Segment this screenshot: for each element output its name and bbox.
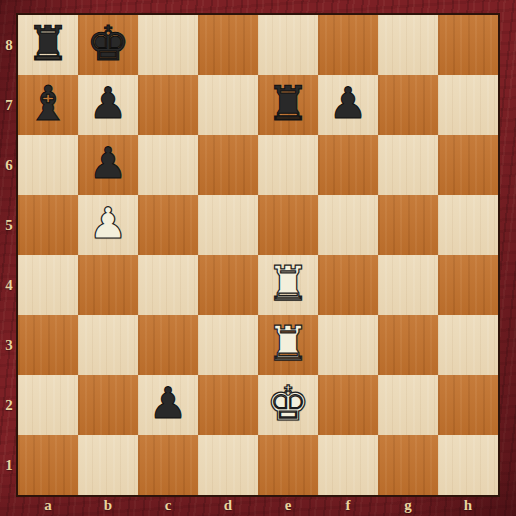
square-d8[interactable] xyxy=(198,15,258,75)
file-label-e: e xyxy=(258,495,318,515)
square-a6[interactable] xyxy=(18,135,78,195)
square-d5[interactable] xyxy=(198,195,258,255)
file-label-c: c xyxy=(138,495,198,515)
square-b5[interactable]: ♟ xyxy=(78,195,138,255)
square-d7[interactable] xyxy=(198,75,258,135)
square-h4[interactable] xyxy=(438,255,498,315)
square-g4[interactable] xyxy=(378,255,438,315)
piece-black-pawn-c2[interactable]: ♟ xyxy=(149,375,188,433)
piece-white-rook-e3[interactable]: ♜ xyxy=(266,315,309,373)
piece-black-king-b8[interactable]: ♚ xyxy=(86,15,129,73)
square-e8[interactable] xyxy=(258,15,318,75)
chess-board: ♜♚♝♟♜♟♟♟♜♜♟♚ xyxy=(18,15,498,495)
square-a5[interactable] xyxy=(18,195,78,255)
piece-black-bishop-a7[interactable]: ♝ xyxy=(26,75,69,133)
square-f8[interactable] xyxy=(318,15,378,75)
square-g7[interactable] xyxy=(378,75,438,135)
square-c6[interactable] xyxy=(138,135,198,195)
square-h8[interactable] xyxy=(438,15,498,75)
file-label-f: f xyxy=(318,495,378,515)
square-e7[interactable]: ♜ xyxy=(258,75,318,135)
square-g2[interactable] xyxy=(378,375,438,435)
square-h3[interactable] xyxy=(438,315,498,375)
square-a1[interactable] xyxy=(18,435,78,495)
piece-black-pawn-f7[interactable]: ♟ xyxy=(329,75,368,133)
square-b4[interactable] xyxy=(78,255,138,315)
rank-label-6: 6 xyxy=(0,156,18,174)
square-b8[interactable]: ♚ xyxy=(78,15,138,75)
square-d3[interactable] xyxy=(198,315,258,375)
square-h2[interactable] xyxy=(438,375,498,435)
square-a4[interactable] xyxy=(18,255,78,315)
square-d4[interactable] xyxy=(198,255,258,315)
square-c3[interactable] xyxy=(138,315,198,375)
square-h7[interactable] xyxy=(438,75,498,135)
square-h5[interactable] xyxy=(438,195,498,255)
square-c2[interactable]: ♟ xyxy=(138,375,198,435)
piece-black-pawn-b7[interactable]: ♟ xyxy=(89,75,128,133)
rank-label-4: 4 xyxy=(0,276,18,294)
square-c4[interactable] xyxy=(138,255,198,315)
rank-label-7: 7 xyxy=(0,96,18,114)
piece-black-pawn-b6[interactable]: ♟ xyxy=(89,135,128,193)
square-c7[interactable] xyxy=(138,75,198,135)
square-d1[interactable] xyxy=(198,435,258,495)
square-a7[interactable]: ♝ xyxy=(18,75,78,135)
square-d6[interactable] xyxy=(198,135,258,195)
rank-label-3: 3 xyxy=(0,336,18,354)
square-c1[interactable] xyxy=(138,435,198,495)
square-a3[interactable] xyxy=(18,315,78,375)
piece-black-rook-a8[interactable]: ♜ xyxy=(26,15,69,73)
square-e5[interactable] xyxy=(258,195,318,255)
square-f6[interactable] xyxy=(318,135,378,195)
square-g8[interactable] xyxy=(378,15,438,75)
piece-black-rook-e7[interactable]: ♜ xyxy=(266,75,309,133)
square-b2[interactable] xyxy=(78,375,138,435)
square-f7[interactable]: ♟ xyxy=(318,75,378,135)
square-h6[interactable] xyxy=(438,135,498,195)
file-label-g: g xyxy=(378,495,438,515)
square-f5[interactable] xyxy=(318,195,378,255)
rank-label-2: 2 xyxy=(0,396,18,414)
square-d2[interactable] xyxy=(198,375,258,435)
file-label-d: d xyxy=(198,495,258,515)
square-b3[interactable] xyxy=(78,315,138,375)
square-f1[interactable] xyxy=(318,435,378,495)
square-a2[interactable] xyxy=(18,375,78,435)
square-e2[interactable]: ♚ xyxy=(258,375,318,435)
square-b7[interactable]: ♟ xyxy=(78,75,138,135)
rank-label-1: 1 xyxy=(0,456,18,474)
square-b6[interactable]: ♟ xyxy=(78,135,138,195)
square-e4[interactable]: ♜ xyxy=(258,255,318,315)
square-f4[interactable] xyxy=(318,255,378,315)
square-g6[interactable] xyxy=(378,135,438,195)
square-g1[interactable] xyxy=(378,435,438,495)
square-a8[interactable]: ♜ xyxy=(18,15,78,75)
square-f2[interactable] xyxy=(318,375,378,435)
piece-white-rook-e4[interactable]: ♜ xyxy=(266,255,309,313)
square-g5[interactable] xyxy=(378,195,438,255)
file-label-b: b xyxy=(78,495,138,515)
file-label-h: h xyxy=(438,495,498,515)
board-frame: ♜♚♝♟♜♟♟♟♜♜♟♚ 87654321 abcdefgh xyxy=(0,0,516,516)
piece-white-king-e2[interactable]: ♚ xyxy=(266,375,309,433)
square-c5[interactable] xyxy=(138,195,198,255)
piece-white-pawn-b5[interactable]: ♟ xyxy=(89,195,128,253)
rank-label-5: 5 xyxy=(0,216,18,234)
file-label-a: a xyxy=(18,495,78,515)
square-h1[interactable] xyxy=(438,435,498,495)
rank-label-8: 8 xyxy=(0,36,18,54)
square-g3[interactable] xyxy=(378,315,438,375)
square-e1[interactable] xyxy=(258,435,318,495)
square-b1[interactable] xyxy=(78,435,138,495)
square-e3[interactable]: ♜ xyxy=(258,315,318,375)
square-f3[interactable] xyxy=(318,315,378,375)
square-c8[interactable] xyxy=(138,15,198,75)
square-e6[interactable] xyxy=(258,135,318,195)
